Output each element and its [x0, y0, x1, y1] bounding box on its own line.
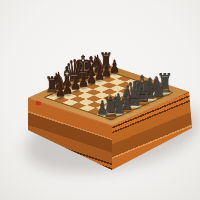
chess-set-photo: ♜♞♝♛♚♝♞♜♟♟♟♟♟♟♟♟♟♟♟♟♟♟♟♟♜♞♝♛♚♝♞♜: [0, 0, 200, 200]
